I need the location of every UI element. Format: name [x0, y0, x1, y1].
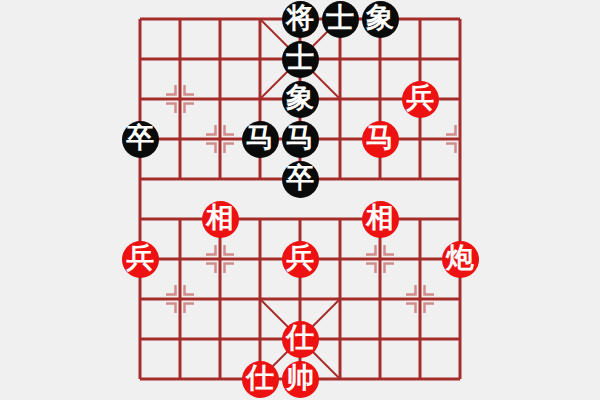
piece-red-soldier[interactable]: 兵	[282, 241, 319, 278]
piece-glyph: 仕	[246, 364, 274, 392]
piece-glyph: 帅	[286, 364, 314, 392]
piece-glyph: 兵	[286, 244, 314, 272]
piece-glyph: 士	[286, 44, 314, 72]
piece-glyph: 士	[326, 4, 354, 32]
piece-red-soldier[interactable]: 兵	[402, 81, 439, 118]
piece-glyph: 马	[246, 124, 274, 152]
piece-black-soldier[interactable]: 卒	[282, 161, 319, 198]
piece-glyph: 相	[366, 204, 394, 232]
xiangqi-board[interactable]: 将士象士象兵卒马马马卒相相兵兵炮仕仕帅	[120, 0, 480, 399]
piece-black-elephant[interactable]: 象	[282, 81, 319, 118]
piece-glyph: 炮	[446, 244, 474, 272]
piece-glyph: 卒	[286, 164, 314, 192]
piece-black-elephant[interactable]: 象	[362, 1, 399, 38]
piece-glyph: 仕	[286, 324, 314, 352]
piece-glyph: 马	[286, 124, 314, 152]
piece-red-general[interactable]: 帅	[282, 361, 319, 398]
piece-red-elephant[interactable]: 相	[362, 201, 399, 238]
piece-black-horse[interactable]: 马	[242, 121, 279, 158]
piece-black-general[interactable]: 将	[282, 1, 319, 38]
piece-red-advisor[interactable]: 仕	[282, 321, 319, 358]
piece-black-advisor[interactable]: 士	[322, 1, 359, 38]
xiangqi-app: 将士象士象兵卒马马马卒相相兵兵炮仕仕帅	[0, 0, 600, 400]
piece-black-horse[interactable]: 马	[282, 121, 319, 158]
piece-red-horse[interactable]: 马	[362, 121, 399, 158]
pieces-layer: 将士象士象兵卒马马马卒相相兵兵炮仕仕帅	[120, 0, 480, 399]
piece-black-soldier[interactable]: 卒	[122, 121, 159, 158]
piece-red-soldier[interactable]: 兵	[122, 241, 159, 278]
piece-glyph: 卒	[126, 124, 154, 152]
piece-black-advisor[interactable]: 士	[282, 41, 319, 78]
piece-glyph: 兵	[406, 84, 434, 112]
piece-glyph: 将	[286, 4, 314, 32]
piece-red-advisor[interactable]: 仕	[242, 361, 279, 398]
piece-glyph: 象	[286, 84, 314, 112]
piece-red-elephant[interactable]: 相	[202, 201, 239, 238]
piece-glyph: 相	[206, 204, 234, 232]
piece-glyph: 马	[366, 124, 394, 152]
piece-glyph: 兵	[126, 244, 154, 272]
piece-red-cannon[interactable]: 炮	[442, 241, 479, 278]
piece-glyph: 象	[366, 4, 394, 32]
